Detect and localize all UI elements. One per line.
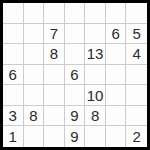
cell-r7c6-empty[interactable] [106, 126, 127, 147]
cell-r6c6-empty[interactable] [106, 106, 127, 127]
cell-r2c1-empty[interactable] [3, 24, 24, 45]
cell-r7c3-empty[interactable] [44, 126, 65, 147]
cell-r7c7-clue: 2 [126, 126, 147, 147]
cell-r7c2-empty[interactable] [24, 126, 45, 147]
puzzle-board: 765813466103898192 [0, 0, 150, 150]
cell-r1c5-empty[interactable] [85, 3, 106, 24]
cell-r1c4-empty[interactable] [65, 3, 86, 24]
cell-r3c2-empty[interactable] [24, 44, 45, 65]
cell-r2c2-empty[interactable] [24, 24, 45, 45]
cell-r4c2-empty[interactable] [24, 65, 45, 86]
cell-r4c6-empty[interactable] [106, 65, 127, 86]
cell-r7c1-clue: 1 [3, 126, 24, 147]
cell-r6c5-clue: 8 [85, 106, 106, 127]
cell-r5c5-clue: 10 [85, 85, 106, 106]
cell-r7c5-empty[interactable] [85, 126, 106, 147]
cell-r4c1-clue: 6 [3, 65, 24, 86]
cell-r3c7-clue: 4 [126, 44, 147, 65]
puzzle-grid: 765813466103898192 [3, 3, 147, 147]
cell-r5c2-empty[interactable] [24, 85, 45, 106]
cell-r3c6-empty[interactable] [106, 44, 127, 65]
cell-r1c6-empty[interactable] [106, 3, 127, 24]
cell-r5c3-empty[interactable] [44, 85, 65, 106]
cell-r4c5-empty[interactable] [85, 65, 106, 86]
cell-r1c3-empty[interactable] [44, 3, 65, 24]
cell-r5c1-empty[interactable] [3, 85, 24, 106]
cell-r6c3-empty[interactable] [44, 106, 65, 127]
cell-r4c4-clue: 6 [65, 65, 86, 86]
cell-r6c4-clue: 9 [65, 106, 86, 127]
cell-r2c4-empty[interactable] [65, 24, 86, 45]
cell-r2c7-clue: 5 [126, 24, 147, 45]
cell-r2c5-empty[interactable] [85, 24, 106, 45]
cell-r3c1-empty[interactable] [3, 44, 24, 65]
cell-r1c7-empty[interactable] [126, 3, 147, 24]
cell-r1c1-empty[interactable] [3, 3, 24, 24]
cell-r3c5-clue: 13 [85, 44, 106, 65]
cell-r6c2-clue: 8 [24, 106, 45, 127]
cell-r4c7-empty[interactable] [126, 65, 147, 86]
cell-r2c3-clue: 7 [44, 24, 65, 45]
cell-r6c1-clue: 3 [3, 106, 24, 127]
cell-r7c4-clue: 9 [65, 126, 86, 147]
cell-r4c3-empty[interactable] [44, 65, 65, 86]
cell-r5c7-empty[interactable] [126, 85, 147, 106]
cell-r3c3-clue: 8 [44, 44, 65, 65]
cell-r1c2-empty[interactable] [24, 3, 45, 24]
cell-r5c6-empty[interactable] [106, 85, 127, 106]
cell-r3c4-empty[interactable] [65, 44, 86, 65]
cell-r2c6-clue: 6 [106, 24, 127, 45]
cell-r5c4-empty[interactable] [65, 85, 86, 106]
cell-r6c7-empty[interactable] [126, 106, 147, 127]
